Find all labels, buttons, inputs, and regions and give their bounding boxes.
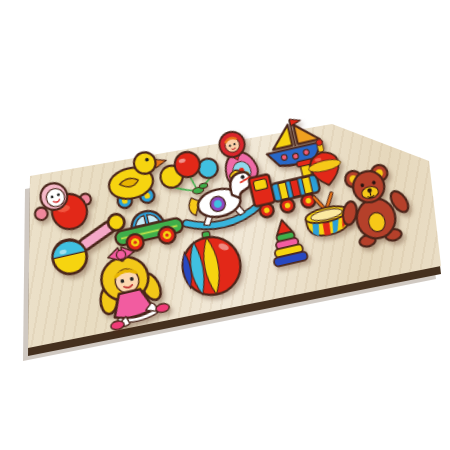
product-photo-canvas (0, 0, 450, 450)
piece-ball[interactable] (168, 222, 253, 304)
ball-icon (168, 222, 253, 304)
